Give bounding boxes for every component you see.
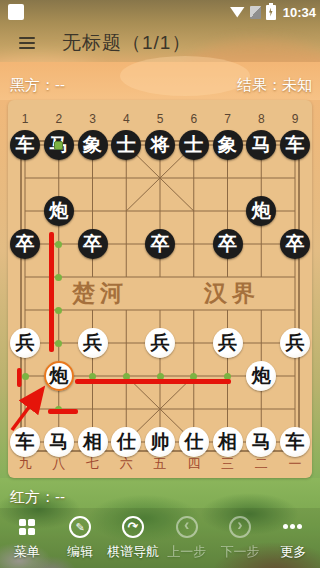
toolbar-item-prev-step[interactable]: ‹上一步 <box>160 508 213 568</box>
title-bar: 无标题（1/1） <box>0 24 320 62</box>
piece-black-soldier[interactable]: 卒 <box>280 229 310 259</box>
file-number-bottom: 三 <box>218 455 238 473</box>
move-target-dot[interactable] <box>89 373 96 380</box>
move-target-dot[interactable] <box>55 274 62 281</box>
red-player-label: 红方：-- <box>10 488 65 507</box>
piece-red-elephant[interactable]: 相 <box>213 427 243 457</box>
move-target-dot[interactable] <box>224 373 231 380</box>
river-label-right: 汉界 <box>204 278 260 309</box>
xiangqi-board[interactable]: 楚河 汉界 123456789九八七六五四三二一车马象士将士象马车炮炮卒卒卒卒卒… <box>8 100 312 478</box>
file-number-bottom: 四 <box>184 455 204 473</box>
piece-black-chariot[interactable]: 车 <box>10 130 40 160</box>
piece-red-soldier[interactable]: 兵 <box>213 328 243 358</box>
piece-black-soldier[interactable]: 卒 <box>10 229 40 259</box>
piece-red-elephant[interactable]: 相 <box>78 427 108 457</box>
clock-time: 10:34 <box>283 5 316 20</box>
file-number-bottom: 二 <box>251 455 271 473</box>
status-bar: 10:34 <box>0 0 320 24</box>
notification-square-icon <box>8 4 24 20</box>
piece-red-horse[interactable]: 马 <box>44 427 74 457</box>
piece-red-soldier[interactable]: 兵 <box>280 328 310 358</box>
move-target-dot[interactable] <box>22 373 29 380</box>
move-target-dot[interactable] <box>123 373 130 380</box>
file-number-top: 6 <box>184 112 204 126</box>
redo-arrow-icon: ↷ <box>122 515 144 539</box>
black-player-label: 黑方：-- <box>10 76 65 95</box>
file-number-top: 5 <box>150 112 170 126</box>
bottom-toolbar: 菜单✎编辑↷棋谱导航‹上一步›下一步更多 <box>0 508 320 568</box>
toolbar-item-edit[interactable]: ✎编辑 <box>53 508 106 568</box>
piece-red-soldier[interactable]: 兵 <box>145 328 175 358</box>
toolbar-item-more[interactable]: 更多 <box>267 508 320 568</box>
file-number-bottom: 九 <box>15 455 35 473</box>
piece-red-general[interactable]: 帅 <box>145 427 175 457</box>
piece-black-elephant[interactable]: 象 <box>78 130 108 160</box>
battery-charging-icon <box>266 5 276 20</box>
toolbar-label: 菜单 <box>14 543 40 561</box>
file-number-top: 4 <box>116 112 136 126</box>
river-label-left: 楚河 <box>72 278 128 309</box>
toolbar-label: 更多 <box>280 543 306 561</box>
toolbar-item-notation-nav[interactable]: ↷棋谱导航 <box>107 508 160 568</box>
toolbar-label: 编辑 <box>67 543 93 561</box>
file-number-top: 2 <box>49 112 69 126</box>
toolbar-label: 下一步 <box>220 543 259 561</box>
toolbar-item-menu[interactable]: 菜单 <box>0 508 53 568</box>
move-target-dot[interactable] <box>55 307 62 314</box>
file-number-top: 8 <box>251 112 271 126</box>
piece-red-cannon[interactable]: 炮 <box>44 361 74 391</box>
move-target-dot[interactable] <box>55 406 62 413</box>
piece-red-chariot[interactable]: 车 <box>280 427 310 457</box>
piece-red-chariot[interactable]: 车 <box>10 427 40 457</box>
piece-black-soldier[interactable]: 卒 <box>78 229 108 259</box>
piece-red-soldier[interactable]: 兵 <box>78 328 108 358</box>
wifi-icon <box>230 7 245 18</box>
edit-pencil-icon: ✎ <box>69 515 91 539</box>
piece-black-elephant[interactable]: 象 <box>213 130 243 160</box>
file-number-top: 7 <box>218 112 238 126</box>
piece-black-advisor[interactable]: 士 <box>179 130 209 160</box>
move-target-dot[interactable] <box>55 340 62 347</box>
file-number-bottom: 五 <box>150 455 170 473</box>
file-number-top: 1 <box>15 112 35 126</box>
toolbar-label: 棋谱导航 <box>107 543 159 561</box>
toolbar-item-next-step[interactable]: ›下一步 <box>213 508 266 568</box>
result-label: 结果：未知 <box>237 76 312 95</box>
piece-red-advisor[interactable]: 仕 <box>179 427 209 457</box>
file-number-bottom: 八 <box>49 455 69 473</box>
chevron-left-icon: ‹ <box>176 515 198 539</box>
sim-signal-icon <box>250 6 261 19</box>
page-title: 无标题（1/1） <box>62 30 191 56</box>
move-target-dot[interactable] <box>190 373 197 380</box>
capture-target-mark[interactable] <box>54 141 63 150</box>
piece-black-soldier[interactable]: 卒 <box>213 229 243 259</box>
piece-black-cannon[interactable]: 炮 <box>44 196 74 226</box>
piece-black-soldier[interactable]: 卒 <box>145 229 175 259</box>
file-number-top: 9 <box>285 112 305 126</box>
move-target-dot[interactable] <box>157 373 164 380</box>
hamburger-icon[interactable] <box>19 37 35 49</box>
piece-red-soldier[interactable]: 兵 <box>10 328 40 358</box>
file-number-top: 3 <box>83 112 103 126</box>
move-target-dot[interactable] <box>55 241 62 248</box>
file-number-bottom: 七 <box>83 455 103 473</box>
file-number-bottom: 六 <box>116 455 136 473</box>
piece-black-general[interactable]: 将 <box>145 130 175 160</box>
file-number-bottom: 一 <box>285 455 305 473</box>
grid-icon <box>19 515 35 539</box>
toolbar-label: 上一步 <box>167 543 206 561</box>
piece-black-chariot[interactable]: 车 <box>280 130 310 160</box>
chevron-right-icon: › <box>229 515 251 539</box>
ellipsis-icon <box>283 515 303 539</box>
